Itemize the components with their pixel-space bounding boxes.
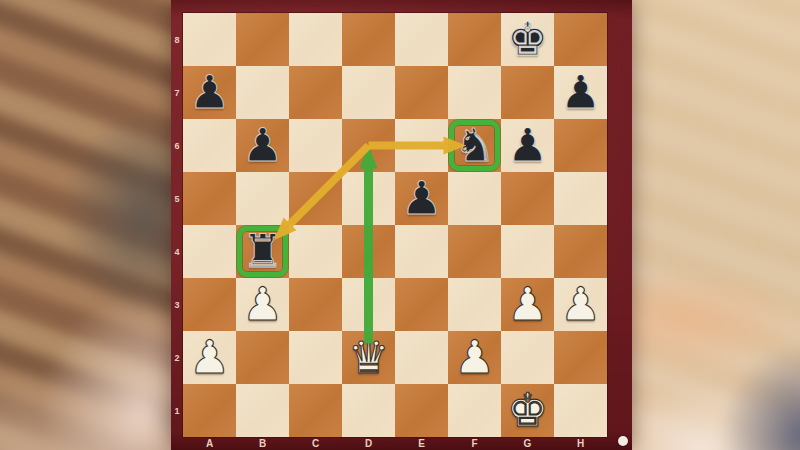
square-f3[interactable] (448, 278, 501, 331)
square-a5[interactable] (183, 172, 236, 225)
rank-label-1: 1 (171, 384, 183, 437)
piece-white-pawn-a2[interactable]: ♟ (183, 331, 236, 384)
square-h8[interactable] (554, 13, 607, 66)
piece-white-pawn-f2[interactable]: ♟ (448, 331, 501, 384)
square-a6[interactable] (183, 119, 236, 172)
square-c4[interactable] (289, 225, 342, 278)
file-label-f: F (448, 436, 501, 450)
piece-white-queen-d2[interactable]: ♛ (342, 331, 395, 384)
square-d5[interactable] (342, 172, 395, 225)
square-e1[interactable] (395, 384, 448, 437)
square-b5[interactable] (236, 172, 289, 225)
square-f6[interactable]: ♞ (448, 119, 501, 172)
background-wood-left (0, 0, 195, 450)
rank-label-3: 3 (171, 278, 183, 331)
square-h1[interactable] (554, 384, 607, 437)
square-e5[interactable]: ♟ (395, 172, 448, 225)
square-g2[interactable] (501, 331, 554, 384)
rank-label-5: 5 (171, 172, 183, 225)
rank-label-7: 7 (171, 66, 183, 119)
file-label-h: H (554, 436, 607, 450)
file-label-e: E (395, 436, 448, 450)
square-f5[interactable] (448, 172, 501, 225)
file-label-c: C (289, 436, 342, 450)
rank-label-4: 4 (171, 225, 183, 278)
file-label-b: B (236, 436, 289, 450)
file-label-g: G (501, 436, 554, 450)
piece-black-rook-b4[interactable]: ♜ (236, 225, 289, 278)
square-a8[interactable] (183, 13, 236, 66)
square-h5[interactable] (554, 172, 607, 225)
record-dot (618, 436, 628, 446)
square-d6[interactable] (342, 119, 395, 172)
file-label-d: D (342, 436, 395, 450)
square-d4[interactable] (342, 225, 395, 278)
square-g8[interactable]: ♚ (501, 13, 554, 66)
square-c7[interactable] (289, 66, 342, 119)
piece-white-pawn-g3[interactable]: ♟ (501, 278, 554, 331)
square-d7[interactable] (342, 66, 395, 119)
square-g7[interactable] (501, 66, 554, 119)
square-a3[interactable] (183, 278, 236, 331)
rank-labels: 87654321 (171, 13, 183, 437)
square-d3[interactable] (342, 278, 395, 331)
square-e7[interactable] (395, 66, 448, 119)
square-g1[interactable]: ♚ (501, 384, 554, 437)
square-f7[interactable] (448, 66, 501, 119)
square-f4[interactable] (448, 225, 501, 278)
rank-label-2: 2 (171, 331, 183, 384)
square-d8[interactable] (342, 13, 395, 66)
square-h6[interactable] (554, 119, 607, 172)
piece-white-king-g1[interactable]: ♚ (501, 384, 554, 437)
square-e8[interactable] (395, 13, 448, 66)
square-d2[interactable]: ♛ (342, 331, 395, 384)
piece-black-pawn-e5[interactable]: ♟ (395, 172, 448, 225)
square-d1[interactable] (342, 384, 395, 437)
rank-label-8: 8 (171, 13, 183, 66)
square-b3[interactable]: ♟ (236, 278, 289, 331)
square-b2[interactable] (236, 331, 289, 384)
piece-black-knight-f6[interactable]: ♞ (448, 119, 501, 172)
piece-white-pawn-h3[interactable]: ♟ (554, 278, 607, 331)
square-a1[interactable] (183, 384, 236, 437)
square-c5[interactable] (289, 172, 342, 225)
piece-black-pawn-a7[interactable]: ♟ (183, 66, 236, 119)
square-c6[interactable] (289, 119, 342, 172)
square-g6[interactable]: ♟ (501, 119, 554, 172)
square-b1[interactable] (236, 384, 289, 437)
square-a2[interactable]: ♟ (183, 331, 236, 384)
square-b4[interactable]: ♜ (236, 225, 289, 278)
square-h2[interactable] (554, 331, 607, 384)
piece-black-pawn-b6[interactable]: ♟ (236, 119, 289, 172)
square-f1[interactable] (448, 384, 501, 437)
file-labels: ABCDEFGH (183, 436, 607, 450)
square-f2[interactable]: ♟ (448, 331, 501, 384)
square-h4[interactable] (554, 225, 607, 278)
square-g4[interactable] (501, 225, 554, 278)
square-b6[interactable]: ♟ (236, 119, 289, 172)
square-c3[interactable] (289, 278, 342, 331)
square-b8[interactable] (236, 13, 289, 66)
square-c8[interactable] (289, 13, 342, 66)
square-a4[interactable] (183, 225, 236, 278)
square-h3[interactable]: ♟ (554, 278, 607, 331)
file-label-a: A (183, 436, 236, 450)
rank-label-6: 6 (171, 119, 183, 172)
square-c1[interactable] (289, 384, 342, 437)
video-frame: 87654321 ♚♟♟♟♞♟♟♜♟♟♟♟♛♟♚ ABCDEFGH (0, 0, 800, 450)
piece-white-pawn-b3[interactable]: ♟ (236, 278, 289, 331)
square-e6[interactable] (395, 119, 448, 172)
square-e3[interactable] (395, 278, 448, 331)
square-g3[interactable]: ♟ (501, 278, 554, 331)
piece-black-king-g8[interactable]: ♚ (501, 13, 554, 66)
square-b7[interactable] (236, 66, 289, 119)
square-c2[interactable] (289, 331, 342, 384)
chess-board: 87654321 ♚♟♟♟♞♟♟♜♟♟♟♟♛♟♚ ABCDEFGH (171, 0, 632, 450)
square-g5[interactable] (501, 172, 554, 225)
square-e2[interactable] (395, 331, 448, 384)
square-h7[interactable]: ♟ (554, 66, 607, 119)
background-wood-right (625, 0, 800, 450)
piece-black-pawn-h7[interactable]: ♟ (554, 66, 607, 119)
board-grid: ♚♟♟♟♞♟♟♜♟♟♟♟♛♟♚ (183, 13, 607, 437)
square-a7[interactable]: ♟ (183, 66, 236, 119)
square-e4[interactable] (395, 225, 448, 278)
square-f8[interactable] (448, 13, 501, 66)
piece-black-pawn-g6[interactable]: ♟ (501, 119, 554, 172)
